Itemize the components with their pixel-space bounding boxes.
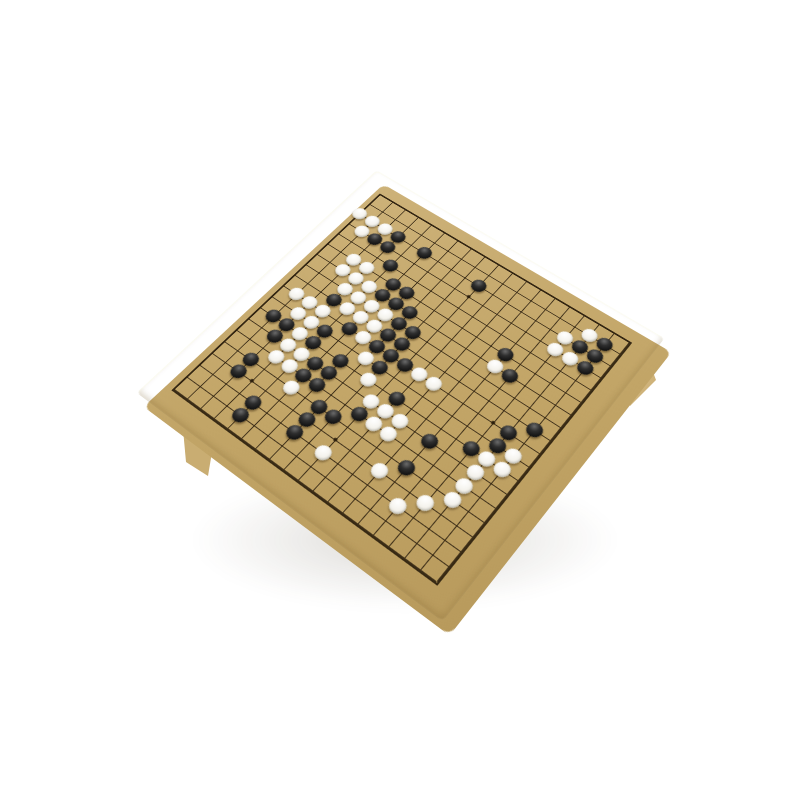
product-photo-stage (0, 0, 800, 800)
